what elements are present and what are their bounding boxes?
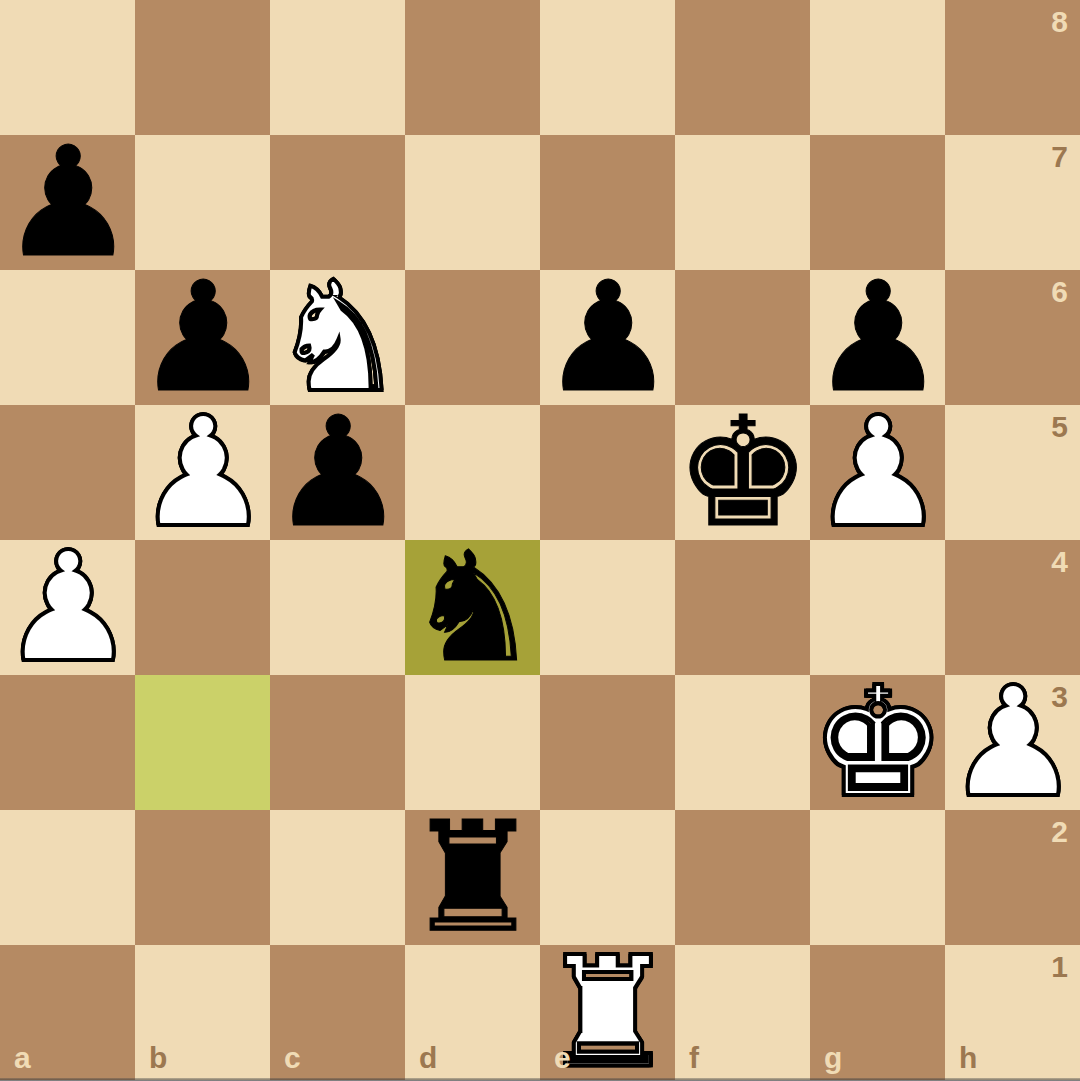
white-pawn[interactable]: ♟ [810,405,945,540]
square-g8[interactable] [810,0,945,135]
square-h1[interactable]: 1h [945,945,1080,1080]
square-e5[interactable] [540,405,675,540]
rank-label-4: 4 [1051,547,1068,577]
square-f8[interactable] [675,0,810,135]
square-f1[interactable]: f [675,945,810,1080]
square-d8[interactable] [405,0,540,135]
square-e4[interactable] [540,540,675,675]
square-e8[interactable] [540,0,675,135]
rank-label-3: 3 [1051,682,1068,712]
rank-label-1: 1 [1051,952,1068,982]
rank-label-6: 6 [1051,277,1068,307]
chess-board: 8♟7♟♞♟♟6♟♟♚♟5♟♞4♚♟3♜2abcd♜efg1h [0,0,1080,1080]
file-label-c: c [284,1043,301,1073]
black-pawn[interactable]: ♟ [0,135,135,270]
square-c8[interactable] [270,0,405,135]
square-a1[interactable]: a [0,945,135,1080]
square-a4[interactable]: ♟ [0,540,135,675]
square-a7[interactable]: ♟ [0,135,135,270]
file-label-d: d [419,1043,437,1073]
square-b2[interactable] [135,810,270,945]
square-f3[interactable] [675,675,810,810]
rank-label-2: 2 [1051,817,1068,847]
square-h3[interactable]: ♟3 [945,675,1080,810]
square-d2[interactable]: ♜ [405,810,540,945]
square-e1[interactable]: ♜e [540,945,675,1080]
file-label-g: g [824,1043,842,1073]
square-f7[interactable] [675,135,810,270]
file-label-f: f [689,1043,699,1073]
square-e3[interactable] [540,675,675,810]
square-a3[interactable] [0,675,135,810]
rank-label-5: 5 [1051,412,1068,442]
square-f5[interactable]: ♚ [675,405,810,540]
square-d4[interactable]: ♞ [405,540,540,675]
square-h6[interactable]: 6 [945,270,1080,405]
square-b3[interactable] [135,675,270,810]
square-c5[interactable]: ♟ [270,405,405,540]
square-f2[interactable] [675,810,810,945]
file-label-e: e [554,1043,571,1073]
square-a2[interactable] [0,810,135,945]
white-king[interactable]: ♚ [810,675,945,810]
file-label-b: b [149,1043,167,1073]
rank-label-7: 7 [1051,142,1068,172]
square-a6[interactable] [0,270,135,405]
black-king[interactable]: ♚ [675,405,810,540]
white-pawn[interactable]: ♟ [135,405,270,540]
file-label-h: h [959,1043,977,1073]
square-h7[interactable]: 7 [945,135,1080,270]
rank-label-8: 8 [1051,7,1068,37]
square-d6[interactable] [405,270,540,405]
square-d1[interactable]: d [405,945,540,1080]
square-f4[interactable] [675,540,810,675]
square-c4[interactable] [270,540,405,675]
square-b5[interactable]: ♟ [135,405,270,540]
square-h2[interactable]: 2 [945,810,1080,945]
square-h8[interactable]: 8 [945,0,1080,135]
black-knight[interactable]: ♞ [405,540,540,675]
square-b4[interactable] [135,540,270,675]
square-b8[interactable] [135,0,270,135]
square-g2[interactable] [810,810,945,945]
square-g3[interactable]: ♚ [810,675,945,810]
square-e6[interactable]: ♟ [540,270,675,405]
square-d7[interactable] [405,135,540,270]
square-b1[interactable]: b [135,945,270,1080]
square-g1[interactable]: g [810,945,945,1080]
black-pawn[interactable]: ♟ [270,405,405,540]
file-label-a: a [14,1043,31,1073]
black-pawn[interactable]: ♟ [540,270,675,405]
chess-board-wrapper: 8♟7♟♞♟♟6♟♟♚♟5♟♞4♚♟3♜2abcd♜efg1h [0,0,1080,1081]
square-c1[interactable]: c [270,945,405,1080]
white-pawn[interactable]: ♟ [0,540,135,675]
black-rook[interactable]: ♜ [405,810,540,945]
square-g5[interactable]: ♟ [810,405,945,540]
square-c2[interactable] [270,810,405,945]
square-c3[interactable] [270,675,405,810]
square-h5[interactable]: 5 [945,405,1080,540]
